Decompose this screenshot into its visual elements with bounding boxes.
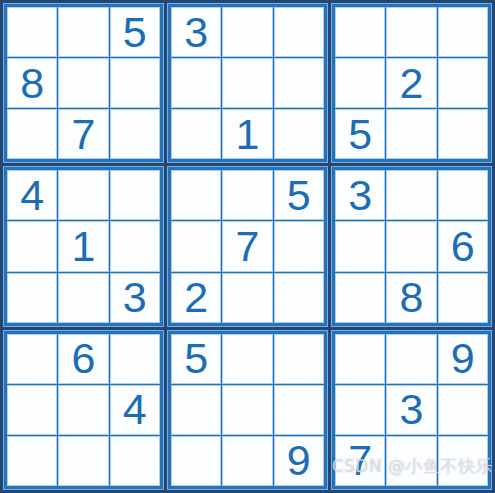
sudoku-box-9: 937 bbox=[332, 331, 491, 489]
sudoku-cell-r8c8[interactable]: 3 bbox=[387, 386, 435, 434]
sudoku-cell-r3c8[interactable] bbox=[387, 110, 435, 158]
sudoku-cell-r9c4[interactable] bbox=[172, 437, 220, 485]
sudoku-cell-r9c2[interactable] bbox=[59, 437, 107, 485]
sudoku-box-2: 31 bbox=[168, 4, 327, 162]
sudoku-box-4: 413 bbox=[4, 167, 163, 325]
sudoku-cell-r9c6[interactable]: 9 bbox=[275, 437, 323, 485]
sudoku-cell-r8c1[interactable] bbox=[8, 386, 56, 434]
sudoku-cell-r7c1[interactable] bbox=[8, 335, 56, 383]
sudoku-cell-r7c7[interactable] bbox=[336, 335, 384, 383]
sudoku-cell-r7c8[interactable] bbox=[387, 335, 435, 383]
sudoku-cell-r6c4[interactable]: 2 bbox=[172, 274, 220, 322]
sudoku-cell-r1c6[interactable] bbox=[275, 8, 323, 56]
sudoku-cell-r1c7[interactable] bbox=[336, 8, 384, 56]
sudoku-cell-r4c5[interactable] bbox=[223, 171, 271, 219]
sudoku-cell-r4c7[interactable]: 3 bbox=[336, 171, 384, 219]
sudoku-cell-r8c9[interactable] bbox=[439, 386, 487, 434]
sudoku-box-3: 25 bbox=[332, 4, 491, 162]
sudoku-cell-r6c9[interactable] bbox=[439, 274, 487, 322]
sudoku-cell-r4c1[interactable]: 4 bbox=[8, 171, 56, 219]
sudoku-box-6: 368 bbox=[332, 167, 491, 325]
sudoku-cell-r1c1[interactable] bbox=[8, 8, 56, 56]
sudoku-cell-r2c6[interactable] bbox=[275, 59, 323, 107]
sudoku-cell-r6c6[interactable] bbox=[275, 274, 323, 322]
sudoku-cell-r9c7[interactable]: 7 bbox=[336, 437, 384, 485]
sudoku-cell-r7c6[interactable] bbox=[275, 335, 323, 383]
sudoku-cell-r2c2[interactable] bbox=[59, 59, 107, 107]
sudoku-cell-r5c6[interactable] bbox=[275, 222, 323, 270]
sudoku-cell-r9c3[interactable] bbox=[111, 437, 159, 485]
sudoku-cell-r5c4[interactable] bbox=[172, 222, 220, 270]
sudoku-cell-r7c5[interactable] bbox=[223, 335, 271, 383]
sudoku-cell-r9c9[interactable] bbox=[439, 437, 487, 485]
sudoku-cell-r5c8[interactable] bbox=[387, 222, 435, 270]
sudoku-box-8: 59 bbox=[168, 331, 327, 489]
sudoku-cell-r8c6[interactable] bbox=[275, 386, 323, 434]
sudoku-cell-r3c2[interactable]: 7 bbox=[59, 110, 107, 158]
sudoku-box-7: 64 bbox=[4, 331, 163, 489]
sudoku-cell-r6c8[interactable]: 8 bbox=[387, 274, 435, 322]
sudoku-cell-r3c1[interactable] bbox=[8, 110, 56, 158]
sudoku-cell-r2c1[interactable]: 8 bbox=[8, 59, 56, 107]
sudoku-cell-r3c7[interactable]: 5 bbox=[336, 110, 384, 158]
sudoku-cell-r8c3[interactable]: 4 bbox=[111, 386, 159, 434]
sudoku-cell-r1c2[interactable] bbox=[59, 8, 107, 56]
sudoku-cell-r5c5[interactable]: 7 bbox=[223, 222, 271, 270]
sudoku-cell-r3c4[interactable] bbox=[172, 110, 220, 158]
sudoku-cell-r7c4[interactable]: 5 bbox=[172, 335, 220, 383]
sudoku-cell-r8c4[interactable] bbox=[172, 386, 220, 434]
sudoku-cell-r7c2[interactable]: 6 bbox=[59, 335, 107, 383]
sudoku-cell-r2c3[interactable] bbox=[111, 59, 159, 107]
sudoku-cell-r4c4[interactable] bbox=[172, 171, 220, 219]
sudoku-cell-r3c5[interactable]: 1 bbox=[223, 110, 271, 158]
sudoku-cell-r2c4[interactable] bbox=[172, 59, 220, 107]
sudoku-cell-r2c8[interactable]: 2 bbox=[387, 59, 435, 107]
sudoku-cell-r1c3[interactable]: 5 bbox=[111, 8, 159, 56]
sudoku-cell-r8c2[interactable] bbox=[59, 386, 107, 434]
sudoku-cell-r3c6[interactable] bbox=[275, 110, 323, 158]
sudoku-cell-r1c5[interactable] bbox=[223, 8, 271, 56]
sudoku-cell-r1c9[interactable] bbox=[439, 8, 487, 56]
sudoku-screenshot: 58731254135723686459937 CSDN @小鱼不快乐 bbox=[0, 0, 495, 493]
sudoku-cell-r2c5[interactable] bbox=[223, 59, 271, 107]
sudoku-cell-r6c3[interactable]: 3 bbox=[111, 274, 159, 322]
sudoku-cell-r6c2[interactable] bbox=[59, 274, 107, 322]
sudoku-cell-r2c7[interactable] bbox=[336, 59, 384, 107]
sudoku-cell-r3c3[interactable] bbox=[111, 110, 159, 158]
sudoku-cell-r1c4[interactable]: 3 bbox=[172, 8, 220, 56]
sudoku-cell-r5c2[interactable]: 1 bbox=[59, 222, 107, 270]
sudoku-cell-r6c5[interactable] bbox=[223, 274, 271, 322]
sudoku-cell-r4c6[interactable]: 5 bbox=[275, 171, 323, 219]
sudoku-box-5: 572 bbox=[168, 167, 327, 325]
sudoku-cell-r5c9[interactable]: 6 bbox=[439, 222, 487, 270]
sudoku-cell-r1c8[interactable] bbox=[387, 8, 435, 56]
sudoku-cell-r5c7[interactable] bbox=[336, 222, 384, 270]
sudoku-cell-r3c9[interactable] bbox=[439, 110, 487, 158]
sudoku-cell-r5c3[interactable] bbox=[111, 222, 159, 270]
sudoku-cell-r7c9[interactable]: 9 bbox=[439, 335, 487, 383]
sudoku-cell-r9c8[interactable] bbox=[387, 437, 435, 485]
sudoku-cell-r8c5[interactable] bbox=[223, 386, 271, 434]
sudoku-cell-r4c2[interactable] bbox=[59, 171, 107, 219]
sudoku-box-1: 587 bbox=[4, 4, 163, 162]
sudoku-cell-r4c9[interactable] bbox=[439, 171, 487, 219]
sudoku-cell-r7c3[interactable] bbox=[111, 335, 159, 383]
sudoku-cell-r2c9[interactable] bbox=[439, 59, 487, 107]
sudoku-cell-r4c3[interactable] bbox=[111, 171, 159, 219]
sudoku-board: 58731254135723686459937 bbox=[0, 0, 495, 493]
sudoku-cell-r5c1[interactable] bbox=[8, 222, 56, 270]
sudoku-cell-r4c8[interactable] bbox=[387, 171, 435, 219]
sudoku-cell-r9c5[interactable] bbox=[223, 437, 271, 485]
sudoku-cell-r8c7[interactable] bbox=[336, 386, 384, 434]
sudoku-cell-r9c1[interactable] bbox=[8, 437, 56, 485]
sudoku-cell-r6c1[interactable] bbox=[8, 274, 56, 322]
sudoku-cell-r6c7[interactable] bbox=[336, 274, 384, 322]
